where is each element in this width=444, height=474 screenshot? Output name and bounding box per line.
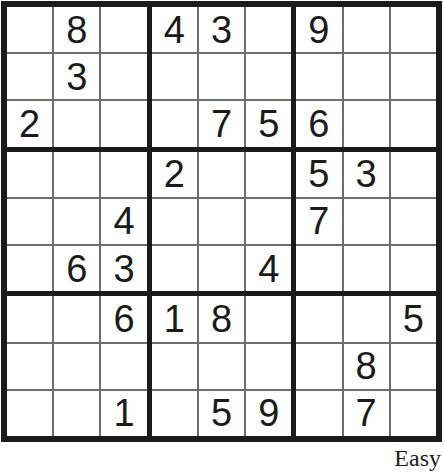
cell-r9c3[interactable]: 1: [101, 391, 146, 436]
cell-r7c5[interactable]: 8: [199, 296, 244, 341]
cell-r6c4[interactable]: [152, 246, 197, 291]
cell-r4c9[interactable]: [391, 152, 436, 197]
cell-r7c9[interactable]: 5: [391, 296, 436, 341]
cell-r4c4[interactable]: 2: [152, 152, 197, 197]
cell-r1c8[interactable]: [344, 7, 389, 52]
cell-r8c9[interactable]: [391, 344, 436, 389]
box-1-2: 4375: [152, 7, 292, 147]
cell-r3c5[interactable]: 7: [199, 101, 244, 146]
cell-r1c6[interactable]: [246, 7, 291, 52]
cell-r6c1[interactable]: [7, 246, 52, 291]
cell-r8c6[interactable]: [246, 344, 291, 389]
cell-r7c7[interactable]: [296, 296, 341, 341]
cell-r4c1[interactable]: [7, 152, 52, 197]
cell-r2c9[interactable]: [391, 54, 436, 99]
cell-r4c8[interactable]: 3: [344, 152, 389, 197]
cell-r3c7[interactable]: 6: [296, 101, 341, 146]
cell-r8c4[interactable]: [152, 344, 197, 389]
cell-r7c1[interactable]: [7, 296, 52, 341]
cell-r3c1[interactable]: 2: [7, 101, 52, 146]
cell-r2c7[interactable]: [296, 54, 341, 99]
cell-r2c5[interactable]: [199, 54, 244, 99]
cell-r4c5[interactable]: [199, 152, 244, 197]
box-3-3: 587: [296, 296, 436, 436]
cell-r1c9[interactable]: [391, 7, 436, 52]
cell-r7c4[interactable]: 1: [152, 296, 197, 341]
cell-r3c9[interactable]: [391, 101, 436, 146]
cell-r5c7[interactable]: 7: [296, 199, 341, 244]
cell-r3c3[interactable]: [101, 101, 146, 146]
cell-r2c6[interactable]: [246, 54, 291, 99]
cell-r8c1[interactable]: [7, 344, 52, 389]
cell-r9c2[interactable]: [54, 391, 99, 436]
cell-r5c4[interactable]: [152, 199, 197, 244]
cell-r7c3[interactable]: 6: [101, 296, 146, 341]
cell-r7c8[interactable]: [344, 296, 389, 341]
cell-r8c8[interactable]: 8: [344, 344, 389, 389]
box-2-1: 463: [7, 152, 147, 292]
cell-r7c2[interactable]: [54, 296, 99, 341]
cell-r8c7[interactable]: [296, 344, 341, 389]
cell-r5c5[interactable]: [199, 199, 244, 244]
cell-r7c6[interactable]: [246, 296, 291, 341]
cell-r2c1[interactable]: [7, 54, 52, 99]
difficulty-label: Easy: [394, 445, 441, 471]
box-2-3: 537: [296, 152, 436, 292]
cell-r9c1[interactable]: [7, 391, 52, 436]
cell-r1c7[interactable]: 9: [296, 7, 341, 52]
cell-r2c8[interactable]: [344, 54, 389, 99]
cell-r3c6[interactable]: 5: [246, 101, 291, 146]
cell-r9c4[interactable]: [152, 391, 197, 436]
box-1-3: 96: [296, 7, 436, 147]
cell-r2c2[interactable]: 3: [54, 54, 99, 99]
cell-r1c4[interactable]: 4: [152, 7, 197, 52]
cell-r3c4[interactable]: [152, 101, 197, 146]
cell-r6c5[interactable]: [199, 246, 244, 291]
cell-r8c2[interactable]: [54, 344, 99, 389]
cell-r1c2[interactable]: 8: [54, 7, 99, 52]
cell-r9c8[interactable]: 7: [344, 391, 389, 436]
cell-r6c7[interactable]: [296, 246, 341, 291]
cell-r5c6[interactable]: [246, 199, 291, 244]
cell-r4c2[interactable]: [54, 152, 99, 197]
cell-r4c6[interactable]: [246, 152, 291, 197]
cell-r9c9[interactable]: [391, 391, 436, 436]
cell-r9c7[interactable]: [296, 391, 341, 436]
cell-r6c6[interactable]: 4: [246, 246, 291, 291]
cell-r5c8[interactable]: [344, 199, 389, 244]
cell-r6c3[interactable]: 3: [101, 246, 146, 291]
cell-r1c5[interactable]: 3: [199, 7, 244, 52]
cell-r4c7[interactable]: 5: [296, 152, 341, 197]
cell-r5c3[interactable]: 4: [101, 199, 146, 244]
cell-r2c3[interactable]: [101, 54, 146, 99]
cell-r4c3[interactable]: [101, 152, 146, 197]
cell-r5c9[interactable]: [391, 199, 436, 244]
cell-r6c2[interactable]: 6: [54, 246, 99, 291]
cell-r8c5[interactable]: [199, 344, 244, 389]
cell-r5c1[interactable]: [7, 199, 52, 244]
cell-r6c8[interactable]: [344, 246, 389, 291]
cell-r9c6[interactable]: 9: [246, 391, 291, 436]
cell-r5c2[interactable]: [54, 199, 99, 244]
cell-r3c8[interactable]: [344, 101, 389, 146]
sudoku-board: 83243759646324537611859587: [1, 1, 442, 442]
cell-r1c1[interactable]: [7, 7, 52, 52]
cell-r6c9[interactable]: [391, 246, 436, 291]
cell-r8c3[interactable]: [101, 344, 146, 389]
cell-r3c2[interactable]: [54, 101, 99, 146]
box-3-1: 61: [7, 296, 147, 436]
box-2-2: 24: [152, 152, 292, 292]
cell-r9c5[interactable]: 5: [199, 391, 244, 436]
cell-r2c4[interactable]: [152, 54, 197, 99]
cell-r1c3[interactable]: [101, 7, 146, 52]
box-1-1: 832: [7, 7, 147, 147]
box-3-2: 1859: [152, 296, 292, 436]
